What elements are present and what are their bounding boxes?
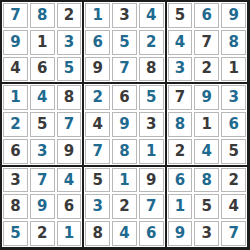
cell-r5c9[interactable]: 6	[221, 112, 246, 137]
sudoku-box-8: 519327846	[84, 167, 164, 247]
sudoku-box-4: 148257639	[2, 84, 82, 164]
sudoku-box-6: 793816245	[167, 84, 247, 164]
cell-r9c4[interactable]: 8	[85, 221, 110, 246]
cell-r4c2[interactable]: 4	[30, 85, 55, 110]
cell-r6c1[interactable]: 6	[3, 139, 28, 164]
cell-r9c3[interactable]: 1	[57, 221, 82, 246]
cell-r9c7[interactable]: 9	[168, 221, 193, 246]
cell-r6c8[interactable]: 4	[194, 139, 219, 164]
cell-r5c5[interactable]: 9	[112, 112, 137, 137]
cell-r5c2[interactable]: 5	[30, 112, 55, 137]
cell-r6c4[interactable]: 7	[85, 139, 110, 164]
cell-r1c4[interactable]: 1	[85, 3, 110, 28]
cell-r4c5[interactable]: 6	[112, 85, 137, 110]
cell-r8c5[interactable]: 2	[112, 194, 137, 219]
cell-r4c8[interactable]: 9	[194, 85, 219, 110]
cell-r3c1[interactable]: 4	[3, 57, 28, 82]
cell-r7c9[interactable]: 2	[221, 168, 246, 193]
cell-r8c8[interactable]: 5	[194, 194, 219, 219]
cell-r5c4[interactable]: 4	[85, 112, 110, 137]
cell-r7c3[interactable]: 4	[57, 168, 82, 193]
cell-r6c9[interactable]: 5	[221, 139, 246, 164]
cell-r9c2[interactable]: 2	[30, 221, 55, 246]
cell-r8c7[interactable]: 1	[168, 194, 193, 219]
cell-r4c7[interactable]: 7	[168, 85, 193, 110]
cell-r7c6[interactable]: 9	[139, 168, 164, 193]
cell-r8c6[interactable]: 7	[139, 194, 164, 219]
sudoku-box-3: 569478321	[167, 2, 247, 82]
cell-r8c4[interactable]: 3	[85, 194, 110, 219]
cell-r1c1[interactable]: 7	[3, 3, 28, 28]
cell-r4c4[interactable]: 2	[85, 85, 110, 110]
cell-r7c5[interactable]: 1	[112, 168, 137, 193]
cell-r2c9[interactable]: 8	[221, 30, 246, 55]
cell-r8c9[interactable]: 4	[221, 194, 246, 219]
cell-r8c1[interactable]: 8	[3, 194, 28, 219]
cell-r2c5[interactable]: 5	[112, 30, 137, 55]
cell-r4c3[interactable]: 8	[57, 85, 82, 110]
cell-r3c7[interactable]: 3	[168, 57, 193, 82]
cell-r3c2[interactable]: 6	[30, 57, 55, 82]
cell-r6c7[interactable]: 2	[168, 139, 193, 164]
cell-r5c8[interactable]: 1	[194, 112, 219, 137]
sudoku-box-7: 374896521	[2, 167, 82, 247]
cell-r2c4[interactable]: 6	[85, 30, 110, 55]
cell-r2c8[interactable]: 7	[194, 30, 219, 55]
cell-r1c5[interactable]: 3	[112, 3, 137, 28]
cell-r5c6[interactable]: 3	[139, 112, 164, 137]
sudoku-box-1: 782913465	[2, 2, 82, 82]
cell-r6c5[interactable]: 8	[112, 139, 137, 164]
cell-r4c6[interactable]: 5	[139, 85, 164, 110]
cell-r3c8[interactable]: 2	[194, 57, 219, 82]
cell-r8c3[interactable]: 6	[57, 194, 82, 219]
cell-r6c6[interactable]: 1	[139, 139, 164, 164]
cell-r4c1[interactable]: 1	[3, 85, 28, 110]
cell-r2c1[interactable]: 9	[3, 30, 28, 55]
cell-r7c7[interactable]: 6	[168, 168, 193, 193]
cell-r2c7[interactable]: 4	[168, 30, 193, 55]
cell-r1c8[interactable]: 6	[194, 3, 219, 28]
cell-r7c8[interactable]: 8	[194, 168, 219, 193]
cell-r5c7[interactable]: 8	[168, 112, 193, 137]
cell-r2c6[interactable]: 2	[139, 30, 164, 55]
cell-r8c2[interactable]: 9	[30, 194, 55, 219]
cell-r5c3[interactable]: 7	[57, 112, 82, 137]
sudoku-box-2: 134652978	[84, 2, 164, 82]
cell-r7c4[interactable]: 5	[85, 168, 110, 193]
cell-r3c4[interactable]: 9	[85, 57, 110, 82]
cell-r9c5[interactable]: 4	[112, 221, 137, 246]
cell-r3c5[interactable]: 7	[112, 57, 137, 82]
cell-r4c9[interactable]: 3	[221, 85, 246, 110]
cell-r1c9[interactable]: 9	[221, 3, 246, 28]
cell-r6c2[interactable]: 3	[30, 139, 55, 164]
cell-r3c9[interactable]: 1	[221, 57, 246, 82]
sudoku-board: 7829134651346529785694783211482576392654…	[0, 0, 250, 250]
cell-r3c3[interactable]: 5	[57, 57, 82, 82]
cell-r7c2[interactable]: 7	[30, 168, 55, 193]
cell-r9c9[interactable]: 7	[221, 221, 246, 246]
cell-r9c8[interactable]: 3	[194, 221, 219, 246]
cell-r6c3[interactable]: 9	[57, 139, 82, 164]
cell-r9c1[interactable]: 5	[3, 221, 28, 246]
cell-r1c2[interactable]: 8	[30, 3, 55, 28]
cell-r1c3[interactable]: 2	[57, 3, 82, 28]
cell-r9c6[interactable]: 6	[139, 221, 164, 246]
cell-r1c6[interactable]: 4	[139, 3, 164, 28]
cell-r2c3[interactable]: 3	[57, 30, 82, 55]
sudoku-box-5: 265493781	[84, 84, 164, 164]
sudoku-box-9: 682154937	[167, 167, 247, 247]
cell-r3c6[interactable]: 8	[139, 57, 164, 82]
cell-r7c1[interactable]: 3	[3, 168, 28, 193]
cell-r5c1[interactable]: 2	[3, 112, 28, 137]
cell-r1c7[interactable]: 5	[168, 3, 193, 28]
cell-r2c2[interactable]: 1	[30, 30, 55, 55]
